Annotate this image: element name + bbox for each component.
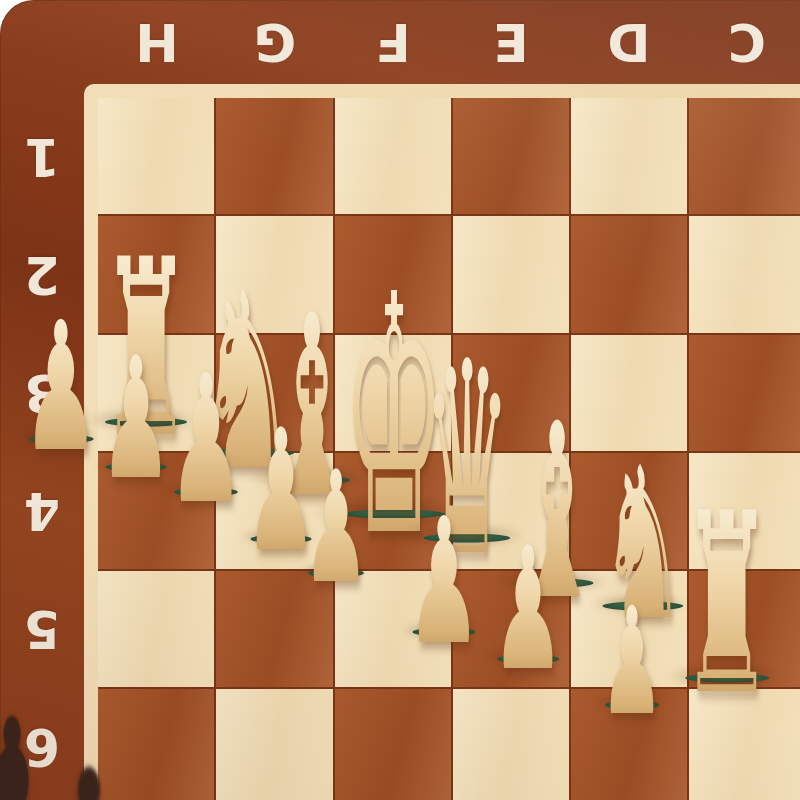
square-h6 — [98, 689, 214, 800]
square-e5 — [453, 571, 569, 687]
square-f1 — [335, 98, 451, 214]
photo-stage: HGFEDCBA1122334455667788 ♜♞♝♚♛♝♞♜♟♟♟♟♟♟♟… — [0, 0, 800, 800]
squares-grid — [98, 98, 800, 800]
square-h1 — [98, 98, 214, 214]
square-c3 — [689, 335, 800, 451]
file-label-g: G — [254, 16, 297, 68]
square-d4 — [571, 453, 687, 569]
square-d3 — [571, 335, 687, 451]
square-e3 — [453, 335, 569, 451]
square-h5 — [98, 571, 214, 687]
square-f4 — [335, 453, 451, 569]
square-f3 — [335, 335, 451, 451]
square-g4 — [216, 453, 332, 569]
square-c4 — [689, 453, 800, 569]
rank-label-left-5: 5 — [24, 603, 60, 655]
square-e6 — [453, 689, 569, 800]
square-g1 — [216, 98, 332, 214]
square-g5 — [216, 571, 332, 687]
rank-label-left-1: 1 — [24, 131, 60, 183]
square-g2 — [216, 216, 332, 332]
square-d6 — [571, 689, 687, 800]
rank-label-left-6: 6 — [24, 721, 60, 773]
file-label-e: E — [493, 16, 529, 68]
square-c2 — [689, 216, 800, 332]
square-c1 — [689, 98, 800, 214]
square-h2 — [98, 216, 214, 332]
file-label-d: D — [607, 16, 650, 68]
rank-label-left-3: 3 — [24, 367, 60, 419]
square-d1 — [571, 98, 687, 214]
rank-label-left-4: 4 — [24, 485, 60, 537]
file-label-c: C — [728, 16, 766, 68]
square-h3 — [98, 335, 214, 451]
square-f6 — [335, 689, 451, 800]
square-c6 — [689, 689, 800, 800]
square-f2 — [335, 216, 451, 332]
file-label-h: H — [135, 16, 179, 68]
square-e2 — [453, 216, 569, 332]
chess-board: HGFEDCBA1122334455667788 — [0, 0, 800, 800]
square-f5 — [335, 571, 451, 687]
square-d5 — [571, 571, 687, 687]
rank-label-left-2: 2 — [24, 249, 60, 301]
square-h4 — [98, 453, 214, 569]
square-d2 — [571, 216, 687, 332]
file-label-f: F — [375, 16, 411, 68]
square-e1 — [453, 98, 569, 214]
square-c5 — [689, 571, 800, 687]
square-g6 — [216, 689, 332, 800]
square-g3 — [216, 335, 332, 451]
square-e4 — [453, 453, 569, 569]
